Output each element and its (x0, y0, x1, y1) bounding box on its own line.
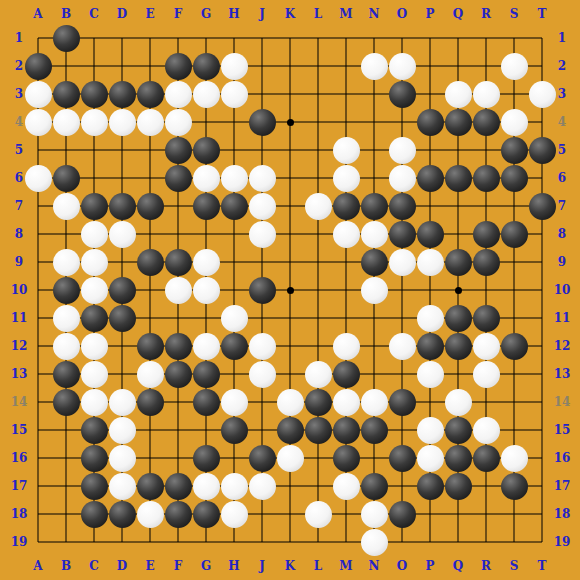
black-stone-e17 (137, 473, 164, 500)
column-label-f: F (174, 560, 183, 572)
white-stone-f4 (165, 109, 192, 136)
black-stone-m13 (333, 361, 360, 388)
black-stone-b1 (53, 25, 80, 52)
black-stone-g5 (193, 137, 220, 164)
black-stone-q17 (445, 473, 472, 500)
white-stone-f10 (165, 277, 192, 304)
white-stone-h6 (221, 165, 248, 192)
white-stone-m6 (333, 165, 360, 192)
white-stone-a3 (25, 81, 52, 108)
white-stone-m12 (333, 333, 360, 360)
black-stone-f5 (165, 137, 192, 164)
black-stone-b13 (53, 361, 80, 388)
white-stone-e13 (137, 361, 164, 388)
black-stone-n7 (361, 193, 388, 220)
row-label-5: 5 (15, 144, 23, 156)
row-label-5: 5 (558, 144, 566, 156)
black-stone-q15 (445, 417, 472, 444)
white-stone-j6 (249, 165, 276, 192)
white-stone-h11 (221, 305, 248, 332)
black-stone-r6 (473, 165, 500, 192)
black-stone-s12 (501, 333, 528, 360)
white-stone-q14 (445, 389, 472, 416)
white-stone-b9 (53, 249, 80, 276)
row-label-9: 9 (15, 256, 23, 268)
white-stone-r12 (473, 333, 500, 360)
white-stone-j17 (249, 473, 276, 500)
black-stone-f17 (165, 473, 192, 500)
row-label-9: 9 (558, 256, 566, 268)
column-label-e: E (145, 560, 154, 572)
black-stone-d3 (109, 81, 136, 108)
black-stone-f13 (165, 361, 192, 388)
row-label-6: 6 (15, 172, 23, 184)
white-stone-b11 (53, 305, 80, 332)
black-stone-d18 (109, 501, 136, 528)
black-stone-c15 (81, 417, 108, 444)
black-stone-g2 (193, 53, 220, 80)
white-stone-h18 (221, 501, 248, 528)
row-label-16: 16 (11, 452, 28, 464)
white-stone-j13 (249, 361, 276, 388)
white-stone-p15 (417, 417, 444, 444)
black-stone-c3 (81, 81, 108, 108)
column-label-o: O (397, 8, 407, 20)
white-stone-p9 (417, 249, 444, 276)
row-label-10: 10 (554, 284, 571, 296)
black-stone-c7 (81, 193, 108, 220)
white-stone-h17 (221, 473, 248, 500)
white-stone-g10 (193, 277, 220, 304)
white-stone-j12 (249, 333, 276, 360)
white-stone-n14 (361, 389, 388, 416)
row-label-16: 16 (554, 452, 571, 464)
row-label-12: 12 (554, 340, 571, 352)
white-stone-r13 (473, 361, 500, 388)
row-label-6: 6 (558, 172, 566, 184)
column-label-n: N (369, 560, 380, 572)
white-stone-o5 (389, 137, 416, 164)
column-label-g: G (201, 560, 211, 572)
black-stone-r11 (473, 305, 500, 332)
black-stone-r8 (473, 221, 500, 248)
white-stone-s4 (501, 109, 528, 136)
black-stone-f18 (165, 501, 192, 528)
row-label-8: 8 (15, 228, 23, 240)
white-stone-s16 (501, 445, 528, 472)
black-stone-q12 (445, 333, 472, 360)
white-stone-h14 (221, 389, 248, 416)
white-stone-c13 (81, 361, 108, 388)
column-label-s: S (510, 560, 519, 572)
black-stone-e12 (137, 333, 164, 360)
black-stone-s5 (501, 137, 528, 164)
white-stone-c14 (81, 389, 108, 416)
row-label-15: 15 (554, 424, 571, 436)
row-label-3: 3 (15, 88, 23, 100)
white-stone-r15 (473, 417, 500, 444)
black-stone-q6 (445, 165, 472, 192)
white-stone-a6 (25, 165, 52, 192)
white-stone-c8 (81, 221, 108, 248)
column-label-r: R (481, 8, 491, 20)
black-stone-o3 (389, 81, 416, 108)
white-stone-n2 (361, 53, 388, 80)
black-stone-b14 (53, 389, 80, 416)
column-label-k: K (285, 8, 295, 20)
black-stone-m7 (333, 193, 360, 220)
black-stone-s8 (501, 221, 528, 248)
white-stone-c12 (81, 333, 108, 360)
white-stone-s2 (501, 53, 528, 80)
black-stone-o7 (389, 193, 416, 220)
white-stone-o12 (389, 333, 416, 360)
row-label-18: 18 (554, 508, 571, 520)
white-stone-o6 (389, 165, 416, 192)
row-label-13: 13 (11, 368, 28, 380)
white-stone-p13 (417, 361, 444, 388)
column-label-b: B (61, 8, 71, 20)
black-stone-d11 (109, 305, 136, 332)
column-label-b: B (61, 560, 71, 572)
black-stone-d10 (109, 277, 136, 304)
column-label-f: F (174, 8, 183, 20)
black-stone-q9 (445, 249, 472, 276)
black-stone-d7 (109, 193, 136, 220)
black-stone-r4 (473, 109, 500, 136)
column-label-h: H (228, 8, 239, 20)
white-stone-g3 (193, 81, 220, 108)
column-label-j: J (259, 8, 265, 20)
white-stone-m8 (333, 221, 360, 248)
column-label-c: C (89, 8, 99, 20)
white-stone-d17 (109, 473, 136, 500)
white-stone-b4 (53, 109, 80, 136)
black-stone-m16 (333, 445, 360, 472)
white-stone-c4 (81, 109, 108, 136)
row-label-14: 14 (554, 396, 571, 408)
column-label-d: D (117, 560, 127, 572)
black-stone-s6 (501, 165, 528, 192)
column-label-a: A (33, 560, 42, 572)
star-point-q10 (455, 287, 462, 294)
row-label-3: 3 (558, 88, 566, 100)
column-label-k: K (285, 560, 295, 572)
black-stone-l15 (305, 417, 332, 444)
black-stone-p17 (417, 473, 444, 500)
white-stone-b12 (53, 333, 80, 360)
white-stone-d14 (109, 389, 136, 416)
black-stone-f9 (165, 249, 192, 276)
black-stone-c18 (81, 501, 108, 528)
row-label-11: 11 (554, 312, 571, 324)
black-stone-p12 (417, 333, 444, 360)
black-stone-o16 (389, 445, 416, 472)
white-stone-h3 (221, 81, 248, 108)
black-stone-j10 (249, 277, 276, 304)
black-stone-b3 (53, 81, 80, 108)
column-label-t: T (538, 560, 547, 572)
black-stone-e14 (137, 389, 164, 416)
white-stone-p16 (417, 445, 444, 472)
black-stone-o18 (389, 501, 416, 528)
row-label-2: 2 (15, 60, 23, 72)
black-stone-k15 (277, 417, 304, 444)
black-stone-h12 (221, 333, 248, 360)
black-stone-e3 (137, 81, 164, 108)
white-stone-r3 (473, 81, 500, 108)
white-stone-n18 (361, 501, 388, 528)
go-board[interactable]: AABBCCDDEEFFGGHHJJKKLLMMNNOOPPQQRRSSTT11… (0, 0, 580, 580)
column-label-g: G (201, 8, 211, 20)
black-stone-j4 (249, 109, 276, 136)
black-stone-t5 (529, 137, 556, 164)
black-stone-l14 (305, 389, 332, 416)
white-stone-d16 (109, 445, 136, 472)
black-stone-h7 (221, 193, 248, 220)
white-stone-p11 (417, 305, 444, 332)
black-stone-q4 (445, 109, 472, 136)
star-point-k10 (287, 287, 294, 294)
row-label-14: 14 (11, 396, 28, 408)
column-label-c: C (89, 560, 99, 572)
column-label-q: Q (453, 8, 463, 20)
white-stone-l18 (305, 501, 332, 528)
white-stone-c9 (81, 249, 108, 276)
white-stone-o2 (389, 53, 416, 80)
row-label-17: 17 (11, 480, 28, 492)
black-stone-t7 (529, 193, 556, 220)
white-stone-g12 (193, 333, 220, 360)
black-stone-j16 (249, 445, 276, 472)
white-stone-k16 (277, 445, 304, 472)
row-label-19: 19 (554, 536, 571, 548)
black-stone-q16 (445, 445, 472, 472)
black-stone-g7 (193, 193, 220, 220)
white-stone-e4 (137, 109, 164, 136)
column-label-j: J (259, 560, 265, 572)
column-label-q: Q (453, 560, 463, 572)
black-stone-p8 (417, 221, 444, 248)
column-label-t: T (538, 8, 547, 20)
row-label-19: 19 (11, 536, 28, 548)
black-stone-p4 (417, 109, 444, 136)
black-stone-o8 (389, 221, 416, 248)
white-stone-n19 (361, 529, 388, 556)
white-stone-d4 (109, 109, 136, 136)
white-stone-g17 (193, 473, 220, 500)
white-stone-q3 (445, 81, 472, 108)
black-stone-a2 (25, 53, 52, 80)
white-stone-l13 (305, 361, 332, 388)
black-stone-c11 (81, 305, 108, 332)
white-stone-n10 (361, 277, 388, 304)
black-stone-g14 (193, 389, 220, 416)
column-label-l: L (314, 560, 322, 572)
white-stone-o9 (389, 249, 416, 276)
black-stone-e7 (137, 193, 164, 220)
column-label-l: L (314, 8, 322, 20)
white-stone-g9 (193, 249, 220, 276)
black-stone-b10 (53, 277, 80, 304)
column-label-o: O (397, 560, 407, 572)
row-label-4: 4 (15, 116, 23, 128)
column-label-a: A (33, 8, 42, 20)
black-stone-q11 (445, 305, 472, 332)
white-stone-e18 (137, 501, 164, 528)
row-label-13: 13 (554, 368, 571, 380)
white-stone-d8 (109, 221, 136, 248)
black-stone-o14 (389, 389, 416, 416)
black-stone-e9 (137, 249, 164, 276)
black-stone-c17 (81, 473, 108, 500)
black-stone-p6 (417, 165, 444, 192)
row-label-17: 17 (554, 480, 571, 492)
row-label-10: 10 (11, 284, 28, 296)
white-stone-k14 (277, 389, 304, 416)
column-label-r: R (481, 560, 491, 572)
row-label-7: 7 (15, 200, 23, 212)
white-stone-m17 (333, 473, 360, 500)
black-stone-c16 (81, 445, 108, 472)
white-stone-g6 (193, 165, 220, 192)
black-stone-g16 (193, 445, 220, 472)
black-stone-f6 (165, 165, 192, 192)
white-stone-l7 (305, 193, 332, 220)
column-label-e: E (145, 8, 154, 20)
black-stone-f12 (165, 333, 192, 360)
row-label-15: 15 (11, 424, 28, 436)
column-label-d: D (117, 8, 127, 20)
white-stone-m14 (333, 389, 360, 416)
black-stone-b6 (53, 165, 80, 192)
white-stone-c10 (81, 277, 108, 304)
white-stone-b7 (53, 193, 80, 220)
white-stone-a4 (25, 109, 52, 136)
row-label-1: 1 (15, 32, 23, 44)
black-stone-n17 (361, 473, 388, 500)
white-stone-m5 (333, 137, 360, 164)
column-label-s: S (510, 8, 519, 20)
star-point-k4 (287, 119, 294, 126)
row-label-7: 7 (558, 200, 566, 212)
row-label-8: 8 (558, 228, 566, 240)
white-stone-f3 (165, 81, 192, 108)
white-stone-t3 (529, 81, 556, 108)
column-label-h: H (228, 560, 239, 572)
column-label-m: M (339, 560, 352, 572)
white-stone-n8 (361, 221, 388, 248)
white-stone-d15 (109, 417, 136, 444)
black-stone-g13 (193, 361, 220, 388)
row-label-11: 11 (11, 312, 28, 324)
black-stone-m15 (333, 417, 360, 444)
white-stone-h2 (221, 53, 248, 80)
white-stone-j7 (249, 193, 276, 220)
row-label-18: 18 (11, 508, 28, 520)
black-stone-r16 (473, 445, 500, 472)
row-label-4: 4 (558, 116, 566, 128)
black-stone-r9 (473, 249, 500, 276)
column-label-p: P (425, 560, 434, 572)
black-stone-s17 (501, 473, 528, 500)
column-label-n: N (369, 8, 380, 20)
column-label-m: M (339, 8, 352, 20)
black-stone-n15 (361, 417, 388, 444)
row-label-1: 1 (558, 32, 566, 44)
black-stone-n9 (361, 249, 388, 276)
column-label-p: P (425, 8, 434, 20)
white-stone-j8 (249, 221, 276, 248)
row-label-12: 12 (11, 340, 28, 352)
black-stone-h15 (221, 417, 248, 444)
black-stone-g18 (193, 501, 220, 528)
black-stone-f2 (165, 53, 192, 80)
row-label-2: 2 (558, 60, 566, 72)
